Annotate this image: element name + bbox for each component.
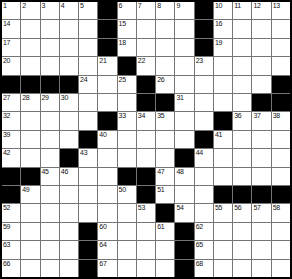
white-square[interactable]: 63 — [2, 241, 20, 258]
clue-number: 51 — [157, 186, 164, 194]
black-square — [195, 20, 213, 37]
white-square[interactable]: 52 — [2, 204, 20, 221]
black-square — [79, 241, 97, 258]
white-square[interactable] — [252, 149, 270, 166]
white-square[interactable]: 57 — [252, 204, 270, 221]
white-square[interactable]: 18 — [118, 39, 136, 56]
white-square[interactable]: 53 — [137, 204, 155, 221]
white-square[interactable]: 32 — [2, 112, 20, 129]
crossword-grid: 1234567891011121314151617181920212223242… — [0, 0, 292, 279]
white-square[interactable] — [272, 260, 290, 277]
clue-number: 43 — [80, 149, 87, 157]
clue-number: 64 — [99, 241, 106, 249]
black-square — [175, 149, 193, 166]
clue-number: 56 — [234, 204, 241, 212]
black-square — [175, 260, 193, 277]
white-square[interactable] — [175, 76, 193, 93]
white-square[interactable] — [233, 223, 251, 240]
black-square — [118, 168, 136, 185]
clue-number: 41 — [215, 131, 222, 139]
white-square[interactable] — [195, 168, 213, 185]
clue-number: 9 — [176, 2, 180, 10]
white-square[interactable] — [272, 149, 290, 166]
white-square[interactable] — [156, 260, 174, 277]
white-square[interactable] — [175, 20, 193, 37]
white-square[interactable] — [175, 39, 193, 56]
black-square — [118, 57, 136, 74]
black-square — [98, 20, 116, 37]
white-square[interactable] — [156, 20, 174, 37]
white-square[interactable]: 49 — [21, 186, 39, 203]
clue-number: 22 — [138, 57, 145, 65]
white-square[interactable]: 6 — [118, 2, 136, 19]
clue-number: 23 — [196, 57, 203, 65]
white-square[interactable] — [21, 223, 39, 240]
white-square[interactable] — [214, 223, 232, 240]
white-square[interactable] — [60, 241, 78, 258]
clue-number: 24 — [80, 76, 87, 84]
white-square[interactable] — [21, 149, 39, 166]
white-square[interactable]: 54 — [175, 204, 193, 221]
clue-number: 1 — [3, 2, 7, 10]
clue-number: 33 — [119, 112, 126, 120]
white-square[interactable]: 30 — [60, 94, 78, 111]
clue-number: 2 — [22, 2, 26, 10]
clue-number: 67 — [99, 260, 106, 268]
clue-number: 63 — [3, 241, 10, 249]
black-square — [156, 94, 174, 111]
white-square[interactable]: 65 — [195, 241, 213, 258]
white-square[interactable]: 38 — [272, 112, 290, 129]
white-square[interactable] — [233, 260, 251, 277]
black-square — [195, 39, 213, 56]
black-square — [2, 186, 20, 203]
clue-number: 30 — [61, 94, 68, 102]
white-square[interactable]: 66 — [2, 260, 20, 277]
black-square — [79, 131, 97, 148]
white-square[interactable] — [98, 76, 116, 93]
white-square[interactable] — [79, 112, 97, 129]
black-square — [41, 76, 59, 93]
white-square[interactable] — [214, 76, 232, 93]
black-square — [195, 2, 213, 19]
white-square[interactable] — [156, 131, 174, 148]
white-square[interactable]: 40 — [98, 131, 116, 148]
clue-number: 38 — [273, 112, 280, 120]
white-square[interactable] — [118, 204, 136, 221]
white-square[interactable]: 61 — [156, 223, 174, 240]
black-square — [272, 76, 290, 93]
white-square[interactable] — [175, 186, 193, 203]
clue-number: 27 — [3, 94, 10, 102]
black-square — [252, 186, 270, 203]
clue-number: 59 — [3, 223, 10, 231]
white-square[interactable]: 37 — [252, 112, 270, 129]
white-square[interactable] — [79, 94, 97, 111]
white-square[interactable] — [137, 223, 155, 240]
clue-number: 36 — [234, 112, 241, 120]
white-square[interactable] — [233, 39, 251, 56]
black-square — [2, 76, 20, 93]
white-square[interactable]: 17 — [2, 39, 20, 56]
white-square[interactable]: 9 — [175, 2, 193, 19]
white-square[interactable] — [156, 149, 174, 166]
white-square[interactable]: 62 — [195, 223, 213, 240]
black-square — [21, 168, 39, 185]
white-square[interactable]: 27 — [2, 94, 20, 111]
white-square[interactable] — [233, 241, 251, 258]
white-square[interactable] — [272, 20, 290, 37]
white-square[interactable]: 48 — [175, 168, 193, 185]
white-square[interactable]: 14 — [2, 20, 20, 37]
white-square[interactable]: 16 — [214, 20, 232, 37]
white-square[interactable] — [137, 20, 155, 37]
black-square — [60, 149, 78, 166]
white-square[interactable] — [214, 260, 232, 277]
white-square[interactable] — [137, 149, 155, 166]
white-square[interactable] — [137, 260, 155, 277]
white-square[interactable]: 42 — [2, 149, 20, 166]
white-square[interactable]: 23 — [195, 57, 213, 74]
white-square[interactable] — [21, 260, 39, 277]
white-square[interactable] — [79, 168, 97, 185]
white-square[interactable] — [252, 168, 270, 185]
white-square[interactable] — [214, 241, 232, 258]
white-square[interactable]: 67 — [98, 260, 116, 277]
clue-number: 65 — [196, 241, 203, 249]
white-square[interactable] — [137, 39, 155, 56]
white-square[interactable]: 1 — [2, 2, 20, 19]
white-square[interactable]: 10 — [214, 2, 232, 19]
clue-number: 6 — [119, 2, 123, 10]
white-square[interactable] — [252, 241, 270, 258]
clue-number: 54 — [176, 204, 183, 212]
white-square[interactable] — [233, 168, 251, 185]
clue-number: 3 — [42, 2, 46, 10]
white-square[interactable] — [41, 241, 59, 258]
black-square — [60, 76, 78, 93]
clue-number: 52 — [3, 204, 10, 212]
white-square[interactable]: 31 — [175, 94, 193, 111]
white-square[interactable]: 33 — [118, 112, 136, 129]
white-square[interactable] — [60, 131, 78, 148]
white-square[interactable]: 34 — [137, 112, 155, 129]
black-square — [214, 186, 232, 203]
white-square[interactable] — [41, 186, 59, 203]
clue-number: 53 — [138, 204, 145, 212]
white-square[interactable]: 29 — [41, 94, 59, 111]
black-square — [137, 94, 155, 111]
black-square — [137, 168, 155, 185]
white-square[interactable]: 56 — [233, 204, 251, 221]
white-square[interactable] — [60, 260, 78, 277]
black-square — [137, 76, 155, 93]
white-square[interactable] — [60, 223, 78, 240]
white-square[interactable]: 64 — [98, 241, 116, 258]
clue-number: 8 — [157, 2, 161, 10]
white-square[interactable]: 59 — [2, 223, 20, 240]
black-square — [175, 223, 193, 240]
white-square[interactable]: 55 — [214, 204, 232, 221]
clue-number: 12 — [253, 2, 260, 10]
white-square[interactable] — [21, 39, 39, 56]
white-square[interactable] — [41, 112, 59, 129]
clue-number: 60 — [99, 223, 106, 231]
white-square[interactable] — [79, 57, 97, 74]
white-square[interactable] — [21, 241, 39, 258]
white-square[interactable] — [195, 76, 213, 93]
white-square[interactable] — [118, 223, 136, 240]
white-square[interactable] — [272, 223, 290, 240]
white-square[interactable] — [175, 112, 193, 129]
clue-number: 48 — [176, 168, 183, 176]
white-square[interactable] — [137, 241, 155, 258]
clue-number: 32 — [3, 112, 10, 120]
white-square[interactable]: 11 — [233, 2, 251, 19]
clue-number: 31 — [176, 94, 183, 102]
white-square[interactable] — [41, 57, 59, 74]
clue-number: 29 — [42, 94, 49, 102]
white-square[interactable]: 26 — [156, 76, 174, 93]
white-square[interactable] — [175, 131, 193, 148]
clue-number: 28 — [22, 94, 29, 102]
white-square[interactable] — [272, 39, 290, 56]
white-square[interactable]: 20 — [2, 57, 20, 74]
white-square[interactable] — [60, 57, 78, 74]
white-square[interactable] — [233, 57, 251, 74]
clue-number: 15 — [119, 20, 126, 28]
white-square[interactable] — [252, 260, 270, 277]
black-square — [272, 94, 290, 111]
white-square[interactable] — [233, 20, 251, 37]
white-square[interactable]: 22 — [137, 57, 155, 74]
clue-number: 57 — [253, 204, 260, 212]
white-square[interactable] — [214, 94, 232, 111]
clue-number: 55 — [215, 204, 222, 212]
clue-number: 50 — [119, 186, 126, 194]
white-square[interactable] — [21, 57, 39, 74]
white-square[interactable]: 25 — [118, 76, 136, 93]
white-square[interactable] — [60, 186, 78, 203]
clue-number: 45 — [42, 168, 49, 176]
clue-number: 68 — [196, 260, 203, 268]
white-square[interactable] — [118, 241, 136, 258]
white-square[interactable] — [118, 260, 136, 277]
clue-number: 46 — [61, 168, 68, 176]
white-square[interactable] — [41, 204, 59, 221]
black-square — [98, 2, 116, 19]
white-square[interactable]: 45 — [41, 168, 59, 185]
white-square[interactable]: 8 — [156, 2, 174, 19]
black-square — [21, 76, 39, 93]
black-square — [272, 186, 290, 203]
clue-number: 42 — [3, 149, 10, 157]
white-square[interactable]: 7 — [137, 2, 155, 19]
white-square[interactable] — [79, 204, 97, 221]
black-square — [195, 131, 213, 148]
white-square[interactable] — [272, 168, 290, 185]
white-square[interactable]: 21 — [98, 57, 116, 74]
white-square[interactable]: 24 — [79, 76, 97, 93]
white-square[interactable] — [41, 260, 59, 277]
white-square[interactable] — [156, 57, 174, 74]
white-square[interactable] — [137, 131, 155, 148]
white-square[interactable] — [233, 149, 251, 166]
white-square[interactable]: 68 — [195, 260, 213, 277]
white-square[interactable] — [195, 186, 213, 203]
white-square[interactable] — [252, 39, 270, 56]
white-square[interactable] — [252, 131, 270, 148]
clue-number: 18 — [119, 39, 126, 47]
white-square[interactable] — [98, 149, 116, 166]
clue-number: 4 — [61, 2, 65, 10]
white-square[interactable]: 2 — [21, 2, 39, 19]
white-square[interactable] — [60, 39, 78, 56]
white-square[interactable] — [214, 149, 232, 166]
black-square — [2, 168, 20, 185]
black-square — [214, 112, 232, 129]
white-square[interactable] — [21, 20, 39, 37]
clue-number: 61 — [157, 223, 164, 231]
white-square[interactable] — [21, 204, 39, 221]
white-square[interactable]: 39 — [2, 131, 20, 148]
black-square — [252, 94, 270, 111]
white-square[interactable] — [118, 131, 136, 148]
white-square[interactable] — [60, 204, 78, 221]
clue-number: 39 — [3, 131, 10, 139]
clue-number: 47 — [157, 168, 164, 176]
white-square[interactable] — [79, 20, 97, 37]
white-square[interactable] — [214, 57, 232, 74]
clue-number: 19 — [215, 39, 222, 47]
white-square[interactable] — [98, 204, 116, 221]
white-square[interactable] — [175, 57, 193, 74]
white-square[interactable] — [195, 204, 213, 221]
clue-number: 40 — [99, 131, 106, 139]
clue-number: 44 — [196, 149, 203, 157]
white-square[interactable] — [272, 131, 290, 148]
white-square[interactable]: 5 — [79, 2, 97, 19]
clue-number: 62 — [196, 223, 203, 231]
clue-number: 17 — [3, 39, 10, 47]
white-square[interactable]: 4 — [60, 2, 78, 19]
black-square — [98, 39, 116, 56]
white-square[interactable] — [98, 168, 116, 185]
white-square[interactable]: 58 — [272, 204, 290, 221]
black-square — [156, 204, 174, 221]
white-square[interactable] — [233, 76, 251, 93]
clue-number: 7 — [138, 2, 142, 10]
white-square[interactable]: 60 — [98, 223, 116, 240]
clue-number: 35 — [157, 112, 164, 120]
white-square[interactable]: 3 — [41, 2, 59, 19]
white-square[interactable] — [41, 223, 59, 240]
clue-number: 25 — [119, 76, 126, 84]
white-square[interactable] — [21, 112, 39, 129]
clue-number: 11 — [234, 2, 241, 10]
white-square[interactable]: 13 — [272, 2, 290, 19]
white-square[interactable]: 15 — [118, 20, 136, 37]
clue-number: 13 — [273, 2, 280, 10]
white-square[interactable]: 46 — [60, 168, 78, 185]
white-square[interactable] — [60, 20, 78, 37]
white-square[interactable] — [252, 223, 270, 240]
white-square[interactable] — [252, 57, 270, 74]
white-square[interactable]: 12 — [252, 2, 270, 19]
white-square[interactable] — [252, 20, 270, 37]
white-square[interactable] — [41, 39, 59, 56]
white-square[interactable] — [214, 168, 232, 185]
clue-number: 37 — [253, 112, 260, 120]
clue-number: 34 — [138, 112, 145, 120]
white-square[interactable] — [195, 94, 213, 111]
clue-number: 16 — [215, 20, 222, 28]
white-square[interactable] — [79, 39, 97, 56]
white-square[interactable] — [156, 241, 174, 258]
clue-number: 26 — [157, 76, 164, 84]
white-square[interactable] — [272, 57, 290, 74]
clue-number: 21 — [99, 57, 106, 65]
black-square — [137, 186, 155, 203]
white-square[interactable] — [156, 39, 174, 56]
white-square[interactable] — [79, 186, 97, 203]
white-square[interactable]: 28 — [21, 94, 39, 111]
clue-number: 14 — [3, 20, 10, 28]
black-square — [79, 260, 97, 277]
white-square[interactable]: 36 — [233, 112, 251, 129]
white-square[interactable] — [41, 149, 59, 166]
white-square[interactable]: 44 — [195, 149, 213, 166]
black-square — [175, 241, 193, 258]
white-square[interactable] — [233, 94, 251, 111]
white-square[interactable]: 47 — [156, 168, 174, 185]
clue-number: 66 — [3, 260, 10, 268]
white-square[interactable] — [118, 94, 136, 111]
clue-number: 5 — [80, 2, 84, 10]
black-square — [79, 223, 97, 240]
white-square[interactable] — [41, 20, 59, 37]
white-square[interactable] — [118, 149, 136, 166]
white-square[interactable] — [98, 186, 116, 203]
white-square[interactable]: 19 — [214, 39, 232, 56]
white-square[interactable] — [233, 131, 251, 148]
white-square[interactable] — [98, 94, 116, 111]
black-square — [98, 112, 116, 129]
clue-number: 20 — [3, 57, 10, 65]
white-square[interactable]: 51 — [156, 186, 174, 203]
clue-number: 49 — [22, 186, 29, 194]
white-square[interactable] — [195, 112, 213, 129]
clue-number: 10 — [215, 2, 222, 10]
black-square — [233, 186, 251, 203]
white-square[interactable] — [252, 76, 270, 93]
white-square[interactable]: 41 — [214, 131, 232, 148]
white-square[interactable] — [21, 131, 39, 148]
clue-number: 58 — [273, 204, 280, 212]
white-square[interactable] — [272, 241, 290, 258]
white-square[interactable] — [60, 112, 78, 129]
white-square[interactable] — [41, 131, 59, 148]
white-square[interactable]: 50 — [118, 186, 136, 203]
white-square[interactable]: 43 — [79, 149, 97, 166]
white-square[interactable]: 35 — [156, 112, 174, 129]
